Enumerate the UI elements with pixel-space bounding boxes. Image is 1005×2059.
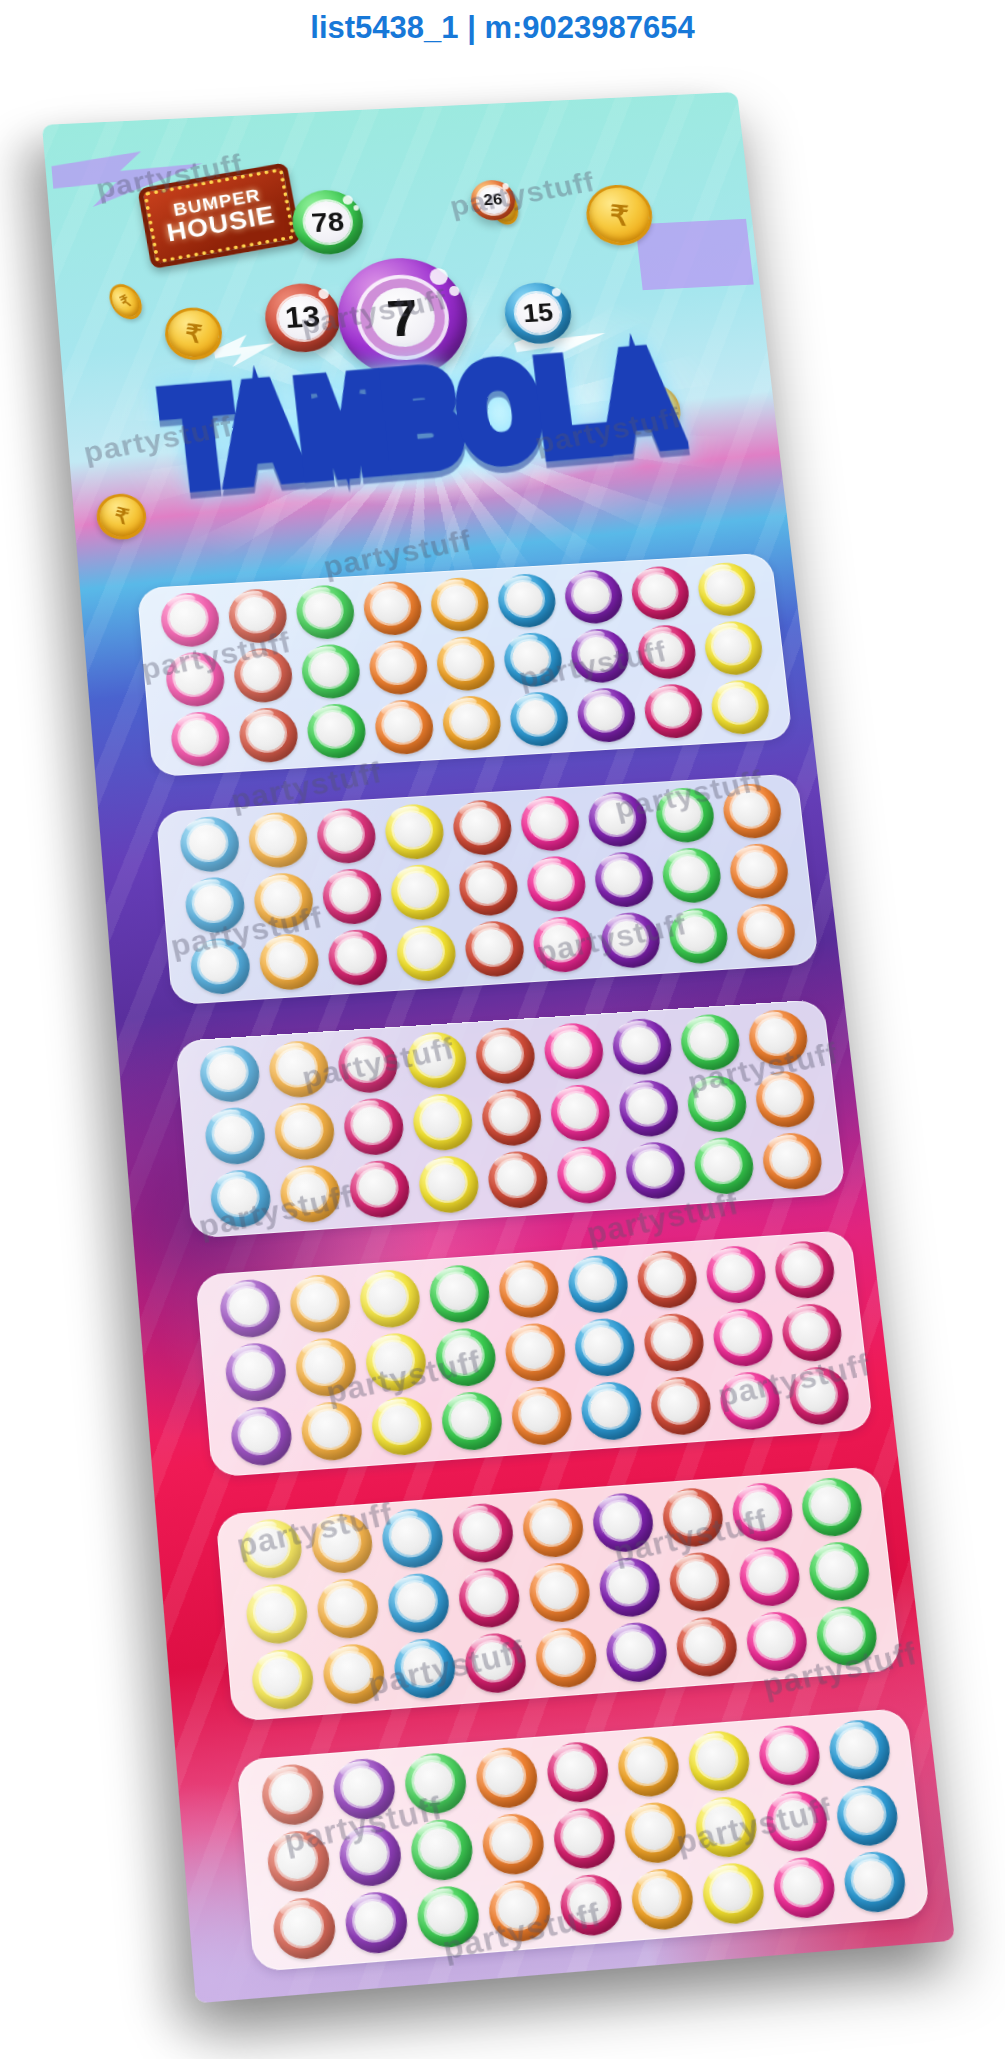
ticket-cell [695,561,757,617]
ticket-cell [616,1079,680,1139]
ticket-cell [402,1751,468,1816]
ticket-cell [710,1307,775,1368]
ticket-cell [691,1136,755,1196]
ticket-cell [622,1800,688,1865]
ticket-cell [385,1572,451,1635]
ticket-cell [756,1723,822,1787]
ticket-cell [760,1131,824,1191]
ticket-cell [779,1302,844,1363]
ticket-cell [541,1022,605,1081]
ticket-cell [770,1855,837,1920]
ticket-cell [178,815,241,873]
ticket-cell [414,1884,481,1950]
ticket-cell [763,1789,829,1854]
ticket-cell [703,1244,768,1305]
ticket-cell [603,1621,669,1685]
ticket-cell [692,1795,758,1860]
ticket-cell [208,1168,272,1229]
ticket-cell [439,1390,504,1452]
ticket-cell [473,1026,537,1085]
ticket-cell [294,584,356,641]
ticket-cell [305,702,368,759]
ticket-cell [223,1341,288,1403]
ticket-cell [562,569,624,625]
ticket-cell [188,937,251,996]
ticket-cell [299,1400,364,1462]
ticket-cell [434,635,497,692]
ticket-cell [367,639,429,696]
ticket-cell [495,573,557,629]
ticket-cell [369,1395,434,1457]
ticket-cell [267,1039,331,1099]
ticket-cell [806,1540,872,1603]
ticket-cell [246,811,309,869]
ticket-cell [272,1101,336,1161]
ticket-cell [629,565,691,621]
ticket-grid [137,553,793,777]
ticket-cell [450,1502,515,1565]
ticket-cell [702,620,765,677]
ticket-cell [727,842,790,900]
ticket-cell [565,1254,630,1315]
ticket-cell [427,1263,492,1324]
ticket-cell [456,859,519,917]
page-title: list5438_1 | m:9023987654 [0,10,1005,46]
ticket-cell [634,1249,699,1310]
ticket-cell [772,1240,837,1301]
ticket-cell [826,1718,892,1782]
ticket-cell [326,928,389,987]
ticket-cell [530,915,593,974]
ticket-cell [578,1380,643,1442]
ticket-cell [548,1083,612,1143]
ticket-cell [753,1070,817,1130]
ticket-cell [408,1817,474,1882]
ticket-cell [524,855,587,913]
ticket-cell [734,903,798,961]
ticket-cell [372,699,435,756]
ticket-cell [309,1512,374,1575]
ticket-cell [635,624,698,681]
ticket-cell [320,1642,386,1706]
ticket-cell [287,1273,351,1334]
ticket-cell [341,1097,405,1157]
ticket-cell [456,1566,522,1629]
ticket-cell [416,1154,480,1214]
ticket-cell [629,1867,696,1932]
ticket-cell [572,1317,637,1378]
ticket-cell [347,1159,411,1220]
ticket-cell [615,1735,681,1799]
ticket-cell [551,1806,617,1871]
ticket-cell [743,1610,809,1673]
ticket-cell [462,1631,528,1695]
ticket-cell [164,651,226,708]
ticket-cell [518,795,581,853]
ticket-cell [238,1517,303,1580]
ticket-cell [648,1375,713,1437]
ticket-cell [218,1278,282,1339]
page: list5438_1 | m:9023987654 ₹ ₹ ₹ ₹ ₹ ₹ BU… [0,0,1005,2059]
ticket-cell [226,588,288,645]
ticket-cell [257,932,320,991]
ticket-cell [700,1861,767,1926]
ticket-cell [293,1336,358,1398]
ticket-cell [462,920,525,979]
ticket-cell [667,1551,733,1614]
ticket-cell [509,1385,574,1447]
ticket-cell [244,1582,309,1646]
ticket-cell [746,1008,810,1067]
ticket-cell [507,691,570,748]
ticket-cell [736,1545,802,1608]
ticket-cell [786,1365,851,1427]
ticket-cell [249,1648,315,1712]
tambola-ticket-sheet: ₹ ₹ ₹ ₹ ₹ ₹ BUMPER HOUSIE 78 26 13 [42,92,955,2003]
ticket-cell [660,1486,725,1549]
ticket-cell [265,1829,331,1894]
ticket-cell [568,628,631,685]
ticket-cell [729,1481,794,1543]
ticket-cell [440,695,503,752]
ticket-cell [391,1637,457,1701]
ticket-cell [685,1729,751,1793]
ticket-cell [708,679,771,736]
lightning-bolt-icon [635,219,753,290]
ticket-cell [544,1740,610,1804]
ticket-cell [271,1896,337,1962]
ticket-cell [666,907,730,966]
ticket-cell [203,1106,267,1166]
ticket-cell [382,803,445,861]
ticket-cell [480,1812,546,1877]
ticket-cell [641,1312,706,1373]
ticket-cell [357,1268,421,1329]
ticket-cell [228,1405,293,1467]
ticket-cell [533,1626,599,1690]
ticket-cell [485,1150,549,1210]
ticket-cell [336,1035,400,1095]
ticket-cell [363,1331,428,1393]
ticket-cell [433,1327,498,1389]
ticket-cell [320,867,383,926]
ticket-cell [502,1322,567,1384]
ticket-cell [673,1615,739,1678]
ticket-cell [598,911,661,970]
ticket-cell [813,1605,879,1668]
ticket-cell [623,1140,687,1200]
ticket-cell [314,807,377,865]
ticket-cell [343,1890,410,1956]
ticket-cell [720,782,783,840]
ticket-cell [486,1878,553,1943]
ticket-cell [554,1145,618,1205]
ticket-cell [337,1823,403,1888]
ticket-cell [252,872,315,931]
ticket-cell [496,1259,561,1320]
ticket-cell [278,1164,342,1225]
ticket-cell [610,1017,674,1076]
ticket-cell [526,1561,592,1624]
ticket-cell [259,1762,325,1827]
ticket-cell [183,876,246,935]
ticket-cell [299,643,361,700]
ticket-cell [557,1873,624,1938]
ticket-header-art: ₹ ₹ ₹ ₹ ₹ ₹ BUMPER HOUSIE 78 26 13 [42,92,789,572]
ticket-cell [501,631,564,688]
ticket-cell [237,706,300,764]
ticket-cell [597,1556,663,1619]
ticket-cell [678,1013,742,1072]
ticket-cell [428,576,490,632]
ticket-cell [410,1092,474,1152]
ticket-cell [315,1577,380,1640]
ticket-cell [169,710,232,768]
ticket-cell [653,786,716,844]
ticket-cell [717,1370,782,1432]
ticket-cell [388,863,451,921]
ticket-cell [590,1491,655,1554]
ticket-cell [159,592,221,649]
ticket-cell [197,1044,261,1104]
ticket-cell [592,851,655,909]
ticket-cell [520,1497,585,1560]
ticket-cell [799,1476,864,1538]
ticket-cell [473,1746,539,1811]
ticket-cell [575,687,638,744]
ticket-cell [685,1074,749,1134]
ticket-cell [361,580,423,637]
ticket-cell [479,1088,543,1148]
ticket-cell [404,1030,468,1090]
ticket-cell [642,683,705,740]
ticket-cell [394,924,457,983]
ticket-cell [834,1784,901,1848]
ticket-cell [841,1850,908,1915]
ticket-cell [331,1757,397,1822]
ticket-cell [379,1507,444,1570]
ticket-cell [450,799,513,857]
ticket-cell [660,846,723,904]
ticket-cell [586,790,649,848]
ticket-cell [231,647,293,704]
